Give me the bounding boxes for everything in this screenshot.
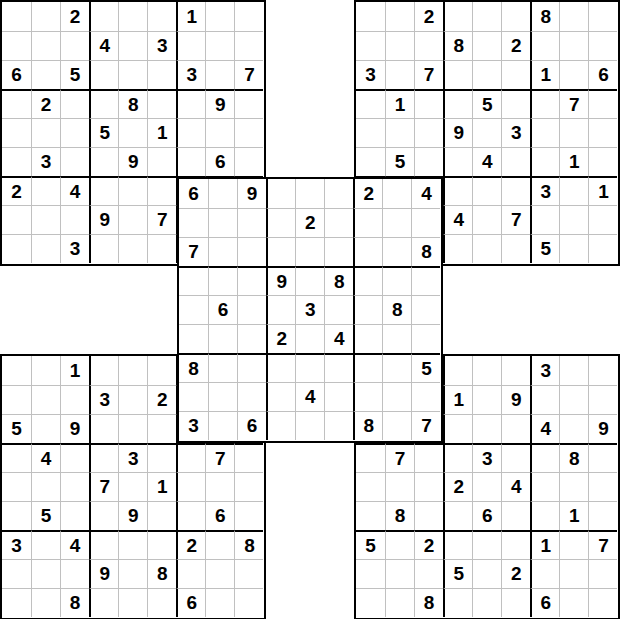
cell-bottom-right-r5c6-given[interactable]: 4 [501,472,530,501]
cell-bottom-right-r4c7-empty[interactable] [530,443,559,472]
cell-center-r8c1-empty[interactable] [179,382,208,411]
cell-bottom-right-r1c4-empty[interactable] [443,356,472,385]
cell-center-r2c2-empty[interactable] [208,208,237,237]
cell-bottom-right-r3c5-empty[interactable] [472,414,501,443]
cell-bottom-left-r1c4-empty[interactable] [89,356,118,385]
cell-bottom-right-r6c7-empty[interactable] [530,501,559,530]
cell-top-right-r5c7-empty[interactable] [530,118,559,147]
cell-top-right-r6c6-empty[interactable] [501,147,530,176]
cell-top-right-r1c2-empty[interactable] [385,2,414,31]
cell-top-right-r2c8-empty[interactable] [559,31,588,60]
cell-top-left-r1c3-given[interactable]: 2 [60,2,89,31]
cell-bottom-right-r8c5-empty[interactable] [472,559,501,588]
cell-center-r7c1-given[interactable]: 8 [179,353,208,382]
cell-top-right-r3c2-empty[interactable] [385,60,414,89]
cell-top-right-r3c9-given[interactable]: 6 [588,60,617,89]
cell-center-r8c9-empty[interactable] [411,382,440,411]
cell-bottom-right-r7c8-empty[interactable] [559,530,588,559]
cell-top-left-r6c9-empty[interactable] [234,147,263,176]
cell-bottom-right-r2c7-empty[interactable] [530,385,559,414]
cell-center-r9c1-given[interactable]: 3 [179,411,208,440]
cell-top-left-r4c4-empty[interactable] [89,89,118,118]
cell-top-left-r3c2-empty[interactable] [31,60,60,89]
cell-center-r7c9-given[interactable]: 5 [411,353,440,382]
cell-top-right-r5c4-given[interactable]: 9 [443,118,472,147]
cell-bottom-left-r8c5-empty[interactable] [118,559,147,588]
cell-bottom-left-r6c5-given[interactable]: 9 [118,501,147,530]
cell-top-right-r7c6-empty[interactable] [501,176,530,205]
cell-bottom-right-r2c5-empty[interactable] [472,385,501,414]
cell-top-left-r7c5-empty[interactable] [118,176,147,205]
cell-bottom-right-r1c5-empty[interactable] [472,356,501,385]
cell-top-right-r3c6-empty[interactable] [501,60,530,89]
cell-bottom-left-r5c3-empty[interactable] [60,472,89,501]
cell-bottom-right-r8c7-empty[interactable] [530,559,559,588]
cell-center-r6c9-empty[interactable] [411,324,440,353]
cell-bottom-right-r8c6-given[interactable]: 2 [501,559,530,588]
cell-top-left-r2c5-empty[interactable] [118,31,147,60]
cell-bottom-right-r6c4-empty[interactable] [443,501,472,530]
cell-bottom-right-r6c5-given[interactable]: 6 [472,501,501,530]
cell-top-left-r9c1-empty[interactable] [2,234,31,263]
cell-bottom-left-r9c5-empty[interactable] [118,588,147,617]
cell-bottom-right-r9c7-given[interactable]: 6 [530,588,559,617]
cell-center-r1c7-given[interactable]: 2 [353,179,382,208]
cell-bottom-left-r5c9-empty[interactable] [234,472,263,501]
cell-top-left-r5c5-empty[interactable] [118,118,147,147]
cell-top-right-r1c1-empty[interactable] [356,2,385,31]
cell-top-left-r2c3-empty[interactable] [60,31,89,60]
cell-top-right-r2c5-empty[interactable] [472,31,501,60]
cell-top-left-r6c3-empty[interactable] [60,147,89,176]
cell-bottom-right-r5c3-empty[interactable] [414,472,443,501]
cell-top-right-r2c7-empty[interactable] [530,31,559,60]
cell-bottom-left-r4c7-empty[interactable] [176,443,205,472]
cell-bottom-right-r4c5-given[interactable]: 3 [472,443,501,472]
cell-center-r4c5-empty[interactable] [295,266,324,295]
cell-top-left-r4c6-empty[interactable] [147,89,176,118]
cell-top-right-r5c8-empty[interactable] [559,118,588,147]
cell-top-right-r7c4-empty[interactable] [443,176,472,205]
cell-top-left-r2c8-empty[interactable] [205,31,234,60]
cell-top-right-r8c7-empty[interactable] [530,205,559,234]
cell-top-right-r4c5-given[interactable]: 5 [472,89,501,118]
cell-center-r5c4-empty[interactable] [266,295,295,324]
cell-center-r9c6-empty[interactable] [324,411,353,440]
cell-top-right-r6c8-given[interactable]: 1 [559,147,588,176]
cell-center-r3c6-empty[interactable] [324,237,353,266]
cell-bottom-left-r6c2-given[interactable]: 5 [31,501,60,530]
cell-bottom-right-r3c4-empty[interactable] [443,414,472,443]
cell-center-r8c8-empty[interactable] [382,382,411,411]
cell-top-left-r6c5-given[interactable]: 9 [118,147,147,176]
cell-top-left-r5c2-empty[interactable] [31,118,60,147]
cell-top-right-r8c9-empty[interactable] [588,205,617,234]
cell-bottom-left-r7c9-given[interactable]: 8 [234,530,263,559]
cell-top-right-r8c6-given[interactable]: 7 [501,205,530,234]
cell-top-right-r3c7-given[interactable]: 1 [530,60,559,89]
cell-top-right-r7c8-empty[interactable] [559,176,588,205]
cell-top-left-r6c2-given[interactable]: 3 [31,147,60,176]
cell-bottom-left-r6c3-empty[interactable] [60,501,89,530]
cell-top-left-r6c1-empty[interactable] [2,147,31,176]
cell-bottom-left-r7c5-empty[interactable] [118,530,147,559]
cell-bottom-right-r7c3-given[interactable]: 2 [414,530,443,559]
cell-bottom-right-r5c2-empty[interactable] [385,472,414,501]
cell-top-left-r3c6-empty[interactable] [147,60,176,89]
cell-top-left-r7c4-empty[interactable] [89,176,118,205]
cell-center-r6c4-given[interactable]: 2 [266,324,295,353]
cell-bottom-left-r7c3-given[interactable]: 4 [60,530,89,559]
cell-top-right-r4c6-empty[interactable] [501,89,530,118]
cell-bottom-left-r7c4-empty[interactable] [89,530,118,559]
cell-bottom-left-r4c4-empty[interactable] [89,443,118,472]
cell-bottom-left-r3c2-empty[interactable] [31,414,60,443]
cell-bottom-right-r7c1-given[interactable]: 5 [356,530,385,559]
cell-top-right-r5c2-empty[interactable] [385,118,414,147]
cell-bottom-left-r9c3-given[interactable]: 8 [60,588,89,617]
cell-bottom-left-r4c1-empty[interactable] [2,443,31,472]
cell-center-r2c1-empty[interactable] [179,208,208,237]
cell-bottom-left-r9c6-empty[interactable] [147,588,176,617]
cell-top-left-r9c4-empty[interactable] [89,234,118,263]
cell-center-r3c8-empty[interactable] [382,237,411,266]
cell-bottom-right-r9c8-empty[interactable] [559,588,588,617]
cell-bottom-left-r2c2-empty[interactable] [31,385,60,414]
cell-bottom-left-r4c6-empty[interactable] [147,443,176,472]
cell-top-left-r1c5-empty[interactable] [118,2,147,31]
cell-center-r3c7-empty[interactable] [353,237,382,266]
cell-center-r3c5-empty[interactable] [295,237,324,266]
cell-top-left-r1c4-empty[interactable] [89,2,118,31]
cell-bottom-right-r5c4-given[interactable]: 2 [443,472,472,501]
cell-bottom-right-r9c3-given[interactable]: 8 [414,588,443,617]
cell-center-r7c6-empty[interactable] [324,353,353,382]
cell-center-r4c1-empty[interactable] [179,266,208,295]
cell-top-right-r9c8-empty[interactable] [559,234,588,263]
cell-center-r2c7-empty[interactable] [353,208,382,237]
cell-top-left-r5c8-empty[interactable] [205,118,234,147]
cell-top-right-r4c2-given[interactable]: 1 [385,89,414,118]
cell-top-left-r5c9-empty[interactable] [234,118,263,147]
cell-bottom-left-r1c5-empty[interactable] [118,356,147,385]
cell-top-left-r8c4-given[interactable]: 9 [89,205,118,234]
cell-bottom-left-r2c3-empty[interactable] [60,385,89,414]
cell-bottom-right-r2c8-empty[interactable] [559,385,588,414]
cell-bottom-right-r6c1-empty[interactable] [356,501,385,530]
cell-bottom-right-r7c2-empty[interactable] [385,530,414,559]
cell-bottom-right-r9c9-empty[interactable] [588,588,617,617]
cell-top-left-r5c4-given[interactable]: 5 [89,118,118,147]
cell-center-r2c6-empty[interactable] [324,208,353,237]
cell-top-left-r6c6-empty[interactable] [147,147,176,176]
cell-bottom-left-r9c8-empty[interactable] [205,588,234,617]
cell-bottom-right-r8c8-empty[interactable] [559,559,588,588]
cell-top-right-r2c4-given[interactable]: 8 [443,31,472,60]
cell-bottom-right-r5c8-empty[interactable] [559,472,588,501]
cell-bottom-right-r8c2-empty[interactable] [385,559,414,588]
cell-top-right-r4c8-given[interactable]: 7 [559,89,588,118]
cell-top-left-r7c2-empty[interactable] [31,176,60,205]
cell-bottom-left-r4c9-empty[interactable] [234,443,263,472]
cell-top-right-r2c6-given[interactable]: 2 [501,31,530,60]
cell-top-right-r7c7-given[interactable]: 3 [530,176,559,205]
cell-bottom-right-r2c6-given[interactable]: 9 [501,385,530,414]
cell-bottom-left-r6c9-empty[interactable] [234,501,263,530]
cell-center-r8c3-empty[interactable] [237,382,266,411]
cell-center-r4c7-empty[interactable] [353,266,382,295]
cell-bottom-right-r6c9-empty[interactable] [588,501,617,530]
cell-bottom-left-r6c6-empty[interactable] [147,501,176,530]
cell-center-r2c8-empty[interactable] [382,208,411,237]
cell-top-right-r3c3-given[interactable]: 7 [414,60,443,89]
cell-top-right-r5c9-empty[interactable] [588,118,617,147]
cell-center-r6c5-empty[interactable] [295,324,324,353]
cell-bottom-left-r9c4-empty[interactable] [89,588,118,617]
cell-bottom-left-r1c2-empty[interactable] [31,356,60,385]
cell-top-right-r5c5-empty[interactable] [472,118,501,147]
cell-top-left-r8c6-given[interactable]: 7 [147,205,176,234]
cell-bottom-left-r8c3-empty[interactable] [60,559,89,588]
cell-center-r1c9-given[interactable]: 4 [411,179,440,208]
cell-bottom-right-r4c8-given[interactable]: 8 [559,443,588,472]
cell-top-right-r5c6-given[interactable]: 3 [501,118,530,147]
cell-center-r4c9-empty[interactable] [411,266,440,295]
cell-bottom-left-r3c3-given[interactable]: 9 [60,414,89,443]
cell-top-left-r2c6-given[interactable]: 3 [147,31,176,60]
cell-bottom-left-r5c4-given[interactable]: 7 [89,472,118,501]
cell-top-right-r1c7-given[interactable]: 8 [530,2,559,31]
cell-top-left-r9c6-empty[interactable] [147,234,176,263]
cell-center-r4c2-empty[interactable] [208,266,237,295]
cell-top-right-r6c4-empty[interactable] [443,147,472,176]
cell-bottom-right-r9c5-empty[interactable] [472,588,501,617]
cell-top-right-r9c6-empty[interactable] [501,234,530,263]
cell-top-left-r5c3-empty[interactable] [60,118,89,147]
cell-top-left-r3c8-empty[interactable] [205,60,234,89]
cell-top-left-r4c3-empty[interactable] [60,89,89,118]
cell-top-left-r1c6-empty[interactable] [147,2,176,31]
cell-bottom-left-r6c4-empty[interactable] [89,501,118,530]
cell-center-r5c7-empty[interactable] [353,295,382,324]
cell-top-left-r5c7-empty[interactable] [176,118,205,147]
cell-center-r2c5-given[interactable]: 2 [295,208,324,237]
cell-bottom-left-r7c1-given[interactable]: 3 [2,530,31,559]
cell-top-left-r8c2-empty[interactable] [31,205,60,234]
cell-top-left-r4c7-empty[interactable] [176,89,205,118]
cell-top-left-r2c9-empty[interactable] [234,31,263,60]
cell-top-right-r2c3-empty[interactable] [414,31,443,60]
cell-bottom-right-r8c4-given[interactable]: 5 [443,559,472,588]
cell-center-r5c1-empty[interactable] [179,295,208,324]
cell-top-right-r6c2-given[interactable]: 5 [385,147,414,176]
cell-center-r3c1-given[interactable]: 7 [179,237,208,266]
cell-center-r7c4-empty[interactable] [266,353,295,382]
cell-top-left-r5c6-given[interactable]: 1 [147,118,176,147]
cell-bottom-right-r1c9-empty[interactable] [588,356,617,385]
cell-top-right-r1c9-empty[interactable] [588,2,617,31]
cell-bottom-left-r2c4-given[interactable]: 3 [89,385,118,414]
cell-top-right-r1c8-empty[interactable] [559,2,588,31]
cell-top-left-r2c4-given[interactable]: 4 [89,31,118,60]
cell-bottom-left-r5c1-empty[interactable] [2,472,31,501]
cell-center-r7c5-empty[interactable] [295,353,324,382]
cell-bottom-left-r4c2-given[interactable]: 4 [31,443,60,472]
cell-top-left-r9c2-empty[interactable] [31,234,60,263]
cell-bottom-right-r7c7-given[interactable]: 1 [530,530,559,559]
cell-bottom-right-r5c1-empty[interactable] [356,472,385,501]
cell-top-left-r1c2-empty[interactable] [31,2,60,31]
cell-center-r7c7-empty[interactable] [353,353,382,382]
cell-bottom-right-r8c1-empty[interactable] [356,559,385,588]
cell-top-left-r3c3-given[interactable]: 5 [60,60,89,89]
cell-bottom-left-r8c9-empty[interactable] [234,559,263,588]
cell-bottom-right-r9c1-empty[interactable] [356,588,385,617]
cell-bottom-right-r3c8-empty[interactable] [559,414,588,443]
cell-bottom-right-r3c6-empty[interactable] [501,414,530,443]
cell-bottom-right-r4c4-empty[interactable] [443,443,472,472]
cell-bottom-left-r3c6-empty[interactable] [147,414,176,443]
cell-center-r1c5-empty[interactable] [295,179,324,208]
cell-bottom-left-r6c8-given[interactable]: 6 [205,501,234,530]
cell-bottom-right-r1c7-given[interactable]: 3 [530,356,559,385]
cell-bottom-right-r8c9-empty[interactable] [588,559,617,588]
cell-bottom-left-r2c1-empty[interactable] [2,385,31,414]
cell-bottom-right-r3c7-given[interactable]: 4 [530,414,559,443]
cell-top-right-r1c6-empty[interactable] [501,2,530,31]
cell-bottom-left-r3c5-empty[interactable] [118,414,147,443]
cell-bottom-right-r6c6-empty[interactable] [501,501,530,530]
cell-top-right-r9c5-empty[interactable] [472,234,501,263]
cell-center-r6c7-empty[interactable] [353,324,382,353]
cell-center-r5c8-given[interactable]: 8 [382,295,411,324]
cell-top-left-r8c1-empty[interactable] [2,205,31,234]
cell-center-r5c6-empty[interactable] [324,295,353,324]
cell-bottom-right-r7c9-given[interactable]: 7 [588,530,617,559]
cell-bottom-left-r6c7-empty[interactable] [176,501,205,530]
cell-bottom-left-r9c1-empty[interactable] [2,588,31,617]
cell-top-left-r1c9-empty[interactable] [234,2,263,31]
cell-top-right-r2c9-empty[interactable] [588,31,617,60]
cell-bottom-right-r9c6-empty[interactable] [501,588,530,617]
cell-center-r4c3-empty[interactable] [237,266,266,295]
cell-bottom-left-r8c7-empty[interactable] [176,559,205,588]
cell-bottom-right-r5c9-empty[interactable] [588,472,617,501]
cell-bottom-right-r4c1-empty[interactable] [356,443,385,472]
cell-bottom-left-r4c8-given[interactable]: 7 [205,443,234,472]
cell-bottom-left-r9c9-empty[interactable] [234,588,263,617]
cell-bottom-right-r6c3-empty[interactable] [414,501,443,530]
cell-top-right-r6c1-empty[interactable] [356,147,385,176]
cell-bottom-right-r2c9-empty[interactable] [588,385,617,414]
cell-bottom-right-r1c6-empty[interactable] [501,356,530,385]
cell-center-r2c3-empty[interactable] [237,208,266,237]
cell-center-r6c6-given[interactable]: 4 [324,324,353,353]
cell-top-right-r3c1-given[interactable]: 3 [356,60,385,89]
cell-bottom-right-r5c7-empty[interactable] [530,472,559,501]
cell-top-right-r3c8-empty[interactable] [559,60,588,89]
cell-top-right-r9c7-given[interactable]: 5 [530,234,559,263]
cell-top-right-r7c5-empty[interactable] [472,176,501,205]
cell-center-r2c4-empty[interactable] [266,208,295,237]
cell-top-left-r6c7-empty[interactable] [176,147,205,176]
cell-bottom-left-r1c6-empty[interactable] [147,356,176,385]
cell-center-r7c3-empty[interactable] [237,353,266,382]
cell-bottom-left-r2c6-given[interactable]: 2 [147,385,176,414]
cell-bottom-left-r5c5-empty[interactable] [118,472,147,501]
cell-top-right-r8c8-empty[interactable] [559,205,588,234]
cell-top-right-r8c4-given[interactable]: 4 [443,205,472,234]
cell-bottom-right-r2c4-given[interactable]: 1 [443,385,472,414]
cell-center-r8c5-given[interactable]: 4 [295,382,324,411]
cell-top-right-r5c1-empty[interactable] [356,118,385,147]
cell-top-right-r4c7-empty[interactable] [530,89,559,118]
cell-center-r4c4-given[interactable]: 9 [266,266,295,295]
cell-top-left-r4c2-given[interactable]: 2 [31,89,60,118]
cell-top-left-r8c3-empty[interactable] [60,205,89,234]
cell-center-r1c1-given[interactable]: 6 [179,179,208,208]
cell-center-r1c8-empty[interactable] [382,179,411,208]
cell-top-left-r9c3-given[interactable]: 3 [60,234,89,263]
cell-center-r8c2-empty[interactable] [208,382,237,411]
cell-top-right-r5c3-empty[interactable] [414,118,443,147]
cell-bottom-right-r9c2-empty[interactable] [385,588,414,617]
cell-bottom-left-r8c4-given[interactable]: 9 [89,559,118,588]
cell-bottom-left-r7c6-empty[interactable] [147,530,176,559]
cell-center-r9c8-empty[interactable] [382,411,411,440]
cell-bottom-left-r1c1-empty[interactable] [2,356,31,385]
cell-top-left-r3c7-given[interactable]: 3 [176,60,205,89]
cell-bottom-right-r6c2-given[interactable]: 8 [385,501,414,530]
cell-center-r5c9-empty[interactable] [411,295,440,324]
cell-top-right-r3c4-empty[interactable] [443,60,472,89]
cell-top-left-r5c1-empty[interactable] [2,118,31,147]
cell-center-r9c5-empty[interactable] [295,411,324,440]
cell-top-left-r4c5-given[interactable]: 8 [118,89,147,118]
cell-bottom-left-r8c2-empty[interactable] [31,559,60,588]
cell-top-right-r1c4-empty[interactable] [443,2,472,31]
cell-top-left-r3c1-given[interactable]: 6 [2,60,31,89]
cell-center-r3c9-given[interactable]: 8 [411,237,440,266]
cell-bottom-right-r5c5-empty[interactable] [472,472,501,501]
cell-bottom-right-r7c6-empty[interactable] [501,530,530,559]
cell-center-r5c5-given[interactable]: 3 [295,295,324,324]
cell-center-r8c7-empty[interactable] [353,382,382,411]
cell-bottom-left-r5c8-empty[interactable] [205,472,234,501]
cell-bottom-right-r6c8-given[interactable]: 1 [559,501,588,530]
cell-top-left-r3c9-given[interactable]: 7 [234,60,263,89]
cell-top-right-r7c9-given[interactable]: 1 [588,176,617,205]
cell-top-left-r3c5-empty[interactable] [118,60,147,89]
cell-bottom-left-r4c5-given[interactable]: 3 [118,443,147,472]
cell-center-r9c2-empty[interactable] [208,411,237,440]
cell-top-left-r3c4-empty[interactable] [89,60,118,89]
cell-top-right-r6c3-empty[interactable] [414,147,443,176]
cell-bottom-left-r5c2-empty[interactable] [31,472,60,501]
cell-top-left-r1c7-given[interactable]: 1 [176,2,205,31]
cell-top-right-r6c9-empty[interactable] [588,147,617,176]
cell-bottom-left-r2c5-empty[interactable] [118,385,147,414]
cell-top-right-r9c4-empty[interactable] [443,234,472,263]
cell-bottom-left-r7c2-empty[interactable] [31,530,60,559]
cell-bottom-left-r3c4-empty[interactable] [89,414,118,443]
cell-top-left-r7c6-empty[interactable] [147,176,176,205]
cell-bottom-left-r8c1-empty[interactable] [2,559,31,588]
cell-top-right-r4c3-empty[interactable] [414,89,443,118]
cell-bottom-right-r8c3-empty[interactable] [414,559,443,588]
cell-center-r4c6-given[interactable]: 8 [324,266,353,295]
cell-top-right-r6c5-given[interactable]: 4 [472,147,501,176]
